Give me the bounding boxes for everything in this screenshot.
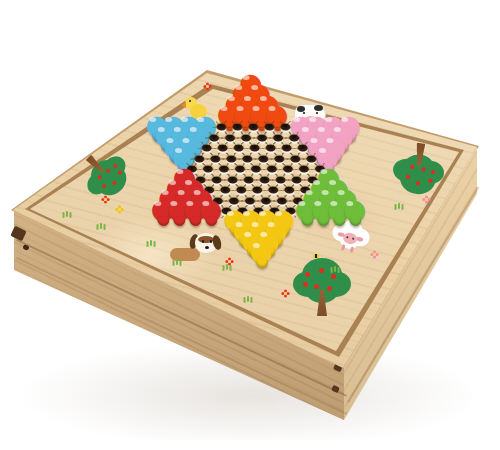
peg-cell-yellow[interactable]: ● — [253, 248, 270, 259]
board-grid: ●●●●●●●●●●●●●●●●●●●●●●●●●●●●●●●●●●●●●●●●… — [147, 80, 366, 259]
hole — [265, 145, 275, 152]
hole — [264, 124, 274, 131]
tree-leaves — [399, 163, 437, 196]
grass-tuft — [100, 223, 102, 229]
hole — [233, 145, 243, 152]
grass-tuft — [66, 211, 68, 217]
flower-icon — [422, 195, 430, 203]
hole — [252, 187, 262, 194]
peg-yellow: ● — [249, 241, 274, 261]
flower-icon — [115, 205, 123, 213]
grass-tuft — [226, 264, 228, 270]
hole — [274, 155, 284, 162]
hole — [273, 134, 283, 141]
hole — [257, 134, 267, 141]
hole — [267, 166, 277, 173]
hole — [243, 176, 253, 183]
grass-tuft — [150, 240, 152, 246]
hole — [251, 166, 261, 173]
hole — [235, 166, 245, 173]
hole — [281, 145, 291, 152]
tree-trunk — [415, 143, 426, 167]
peg-green: ● — [342, 199, 367, 219]
grass-tuft — [398, 203, 400, 209]
hole — [258, 155, 268, 162]
tree-trunk — [85, 154, 105, 174]
hole — [242, 155, 252, 162]
apple-tree-bottom — [295, 258, 349, 322]
hole — [201, 145, 211, 152]
flower-icon — [281, 289, 289, 297]
peg-cell-green[interactable]: ● — [346, 206, 363, 217]
hole — [248, 124, 258, 131]
hole — [232, 124, 242, 131]
hole — [236, 187, 246, 194]
hole — [217, 145, 227, 152]
grass-tuft — [176, 259, 178, 265]
hole — [275, 176, 285, 183]
hole — [210, 155, 220, 162]
grass-tuft — [247, 296, 249, 302]
hole — [216, 124, 226, 131]
hole — [219, 166, 229, 173]
hole — [283, 166, 293, 173]
flower-icon — [370, 250, 378, 258]
grass-tuft — [334, 266, 336, 272]
hole — [249, 145, 259, 152]
hole — [268, 187, 278, 194]
hole — [290, 155, 300, 162]
product-photo-scene: ●●●●●●●●●●●●●●●●●●●●●●●●●●●●●●●●●●●●●●●●… — [0, 0, 500, 450]
apple-tree-right — [393, 136, 445, 196]
tree-leaves — [302, 258, 342, 292]
hole — [225, 134, 235, 141]
flower-icon — [101, 195, 109, 203]
chinese-checkers-star: ●●●●●●●●●●●●●●●●●●●●●●●●●●●●●●●●●●●●●●●●… — [147, 80, 366, 259]
hole — [227, 176, 237, 183]
tree-apples — [319, 268, 324, 273]
hole — [226, 155, 236, 162]
tree-trunk — [317, 290, 327, 316]
hole — [259, 176, 269, 183]
hole — [241, 134, 251, 141]
hole — [209, 134, 219, 141]
